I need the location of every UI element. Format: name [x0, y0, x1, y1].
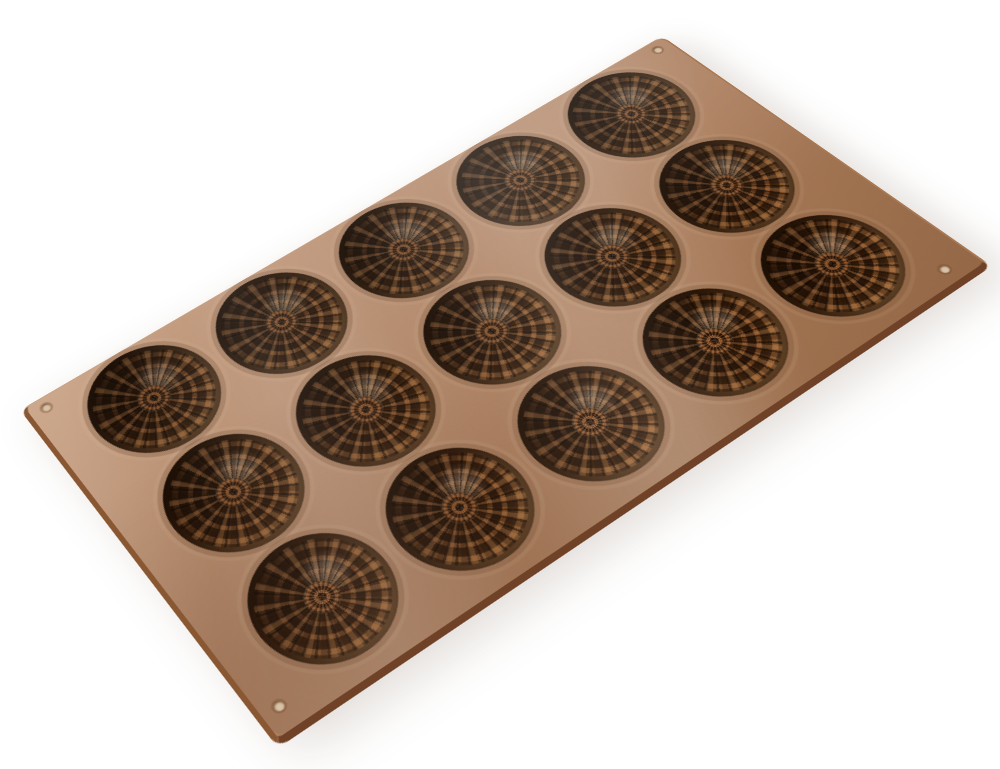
mold-sheet — [20, 36, 992, 748]
cavity-grid — [25, 37, 984, 738]
photo-stage — [0, 0, 1000, 769]
